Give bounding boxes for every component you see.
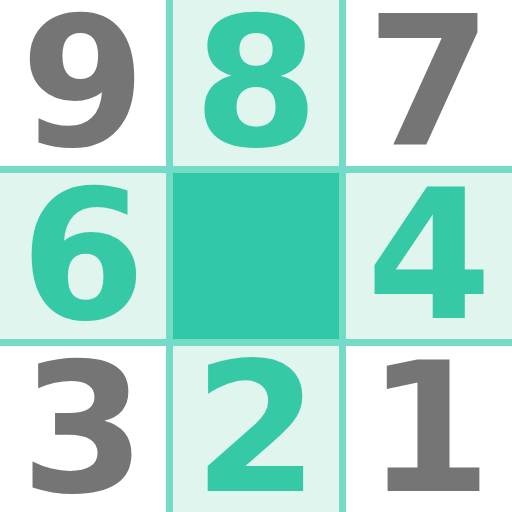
sudoku-board: 9 8 7 6 4 3 2 1 xyxy=(0,0,512,512)
sudoku-cell-r0c0[interactable]: 9 xyxy=(0,0,166,166)
sudoku-cell-r0c2[interactable]: 7 xyxy=(346,0,512,166)
sudoku-cell-r1c2[interactable]: 4 xyxy=(346,173,512,339)
sudoku-cell-r2c1[interactable]: 2 xyxy=(173,346,339,512)
sudoku-cell-r1c1-selected[interactable] xyxy=(173,173,339,339)
sudoku-cell-r2c0[interactable]: 3 xyxy=(0,346,166,512)
sudoku-cell-r0c1[interactable]: 8 xyxy=(173,0,339,166)
sudoku-cell-r2c2[interactable]: 1 xyxy=(346,346,512,512)
sudoku-cell-r1c0[interactable]: 6 xyxy=(0,173,166,339)
